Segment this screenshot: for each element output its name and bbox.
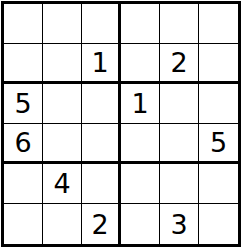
cell-r3c1[interactable]: 5 <box>4 84 43 124</box>
cell-r5c4[interactable] <box>121 164 160 204</box>
cell-r4c1[interactable]: 6 <box>4 124 43 164</box>
cell-r3c3[interactable] <box>82 84 121 124</box>
cell-r6c5[interactable]: 3 <box>160 204 199 244</box>
cell-r4c5[interactable] <box>160 124 199 164</box>
cell-r3c2[interactable] <box>43 84 82 124</box>
cell-r2c4[interactable] <box>121 44 160 84</box>
cell-r3c6[interactable] <box>199 84 238 124</box>
cell-r3c5[interactable] <box>160 84 199 124</box>
cell-r1c1[interactable] <box>4 4 43 44</box>
cell-r1c5[interactable] <box>160 4 199 44</box>
cell-r5c5[interactable] <box>160 164 199 204</box>
cell-r3c4[interactable]: 1 <box>121 84 160 124</box>
cell-r5c3[interactable] <box>82 164 121 204</box>
cell-r4c4[interactable] <box>121 124 160 164</box>
cell-r1c6[interactable] <box>199 4 238 44</box>
sudoku-board: 125165423 <box>1 1 241 247</box>
cell-r1c2[interactable] <box>43 4 82 44</box>
cell-r2c5[interactable]: 2 <box>160 44 199 84</box>
cell-r6c3[interactable]: 2 <box>82 204 121 244</box>
cell-r6c1[interactable] <box>4 204 43 244</box>
cell-r4c2[interactable] <box>43 124 82 164</box>
cell-r6c6[interactable] <box>199 204 238 244</box>
cell-r5c1[interactable] <box>4 164 43 204</box>
cell-r2c6[interactable] <box>199 44 238 84</box>
cell-r1c3[interactable] <box>82 4 121 44</box>
cell-r5c6[interactable] <box>199 164 238 204</box>
cell-r5c2[interactable]: 4 <box>43 164 82 204</box>
sudoku-page: 125165423 <box>0 0 243 249</box>
cell-r4c3[interactable] <box>82 124 121 164</box>
cell-r1c4[interactable] <box>121 4 160 44</box>
cell-r6c4[interactable] <box>121 204 160 244</box>
cell-r6c2[interactable] <box>43 204 82 244</box>
cell-r2c1[interactable] <box>4 44 43 84</box>
cell-r4c6[interactable]: 5 <box>199 124 238 164</box>
cell-r2c2[interactable] <box>43 44 82 84</box>
cell-r2c3[interactable]: 1 <box>82 44 121 84</box>
